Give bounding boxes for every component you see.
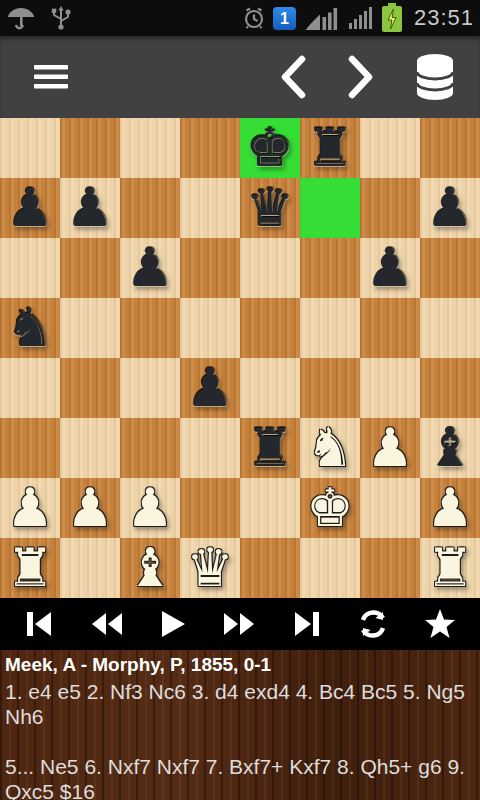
- square-g3[interactable]: ♟: [360, 418, 420, 478]
- square-a6[interactable]: [0, 238, 60, 298]
- square-c8[interactable]: [120, 118, 180, 178]
- piece-black-pawn: ♟: [0, 178, 60, 238]
- rewind-button[interactable]: [86, 608, 128, 640]
- square-b2[interactable]: ♟: [60, 478, 120, 538]
- status-bar-right: 1 23:51: [242, 3, 474, 33]
- skip-to-end-button[interactable]: [288, 607, 326, 641]
- square-b5[interactable]: [60, 298, 120, 358]
- square-e5[interactable]: [240, 298, 300, 358]
- square-g1[interactable]: [360, 538, 420, 598]
- mainline-moves[interactable]: 1. e4 e5 2. Nf3 Nc6 3. d4 exd4 4. Bc4 Bc…: [5, 679, 475, 729]
- play-icon: [160, 610, 186, 638]
- piece-white-pawn: ♟: [60, 478, 120, 538]
- notation-panel[interactable]: Meek, A - Morphy, P, 1855, 0-1 1. e4 e5 …: [0, 650, 480, 800]
- menu-button[interactable]: [26, 56, 76, 98]
- app-screen: 1 23:51: [0, 0, 480, 800]
- playback-controls: [0, 598, 480, 650]
- square-f2[interactable]: ♚: [300, 478, 360, 538]
- square-h6[interactable]: [420, 238, 480, 298]
- square-c5[interactable]: [120, 298, 180, 358]
- piece-white-bishop: ♝: [120, 538, 180, 598]
- square-f7[interactable]: [300, 178, 360, 238]
- piece-black-pawn: ♟: [360, 238, 420, 298]
- square-a5[interactable]: ♞: [0, 298, 60, 358]
- refresh-icon: [358, 609, 388, 639]
- piece-white-king: ♚: [300, 478, 360, 538]
- square-f1[interactable]: [300, 538, 360, 598]
- database-button[interactable]: [406, 45, 464, 109]
- play-button[interactable]: [156, 606, 190, 642]
- square-c1[interactable]: ♝: [120, 538, 180, 598]
- piece-black-knight: ♞: [0, 298, 60, 358]
- square-h8[interactable]: [420, 118, 480, 178]
- sim-badge: 1: [273, 7, 296, 30]
- square-h1[interactable]: ♜: [420, 538, 480, 598]
- piece-white-pawn: ♟: [0, 478, 60, 538]
- battery-charging-icon: [381, 3, 403, 33]
- square-d3[interactable]: [180, 418, 240, 478]
- star-icon: [424, 609, 456, 639]
- database-icon: [414, 53, 456, 101]
- favorite-button[interactable]: [420, 605, 460, 643]
- piece-black-pawn: ♟: [420, 178, 480, 238]
- piece-black-rook: ♜: [240, 418, 300, 478]
- alarm-icon: [242, 6, 266, 30]
- square-a7[interactable]: ♟: [0, 178, 60, 238]
- signal-triangle-icon: [303, 4, 341, 32]
- fast-forward-button[interactable]: [218, 608, 260, 640]
- piece-black-king: ♚: [240, 118, 300, 178]
- square-h3[interactable]: ♝: [420, 418, 480, 478]
- chevron-left-icon: [278, 55, 308, 99]
- piece-black-bishop: ♝: [420, 418, 480, 478]
- square-d4[interactable]: ♟: [180, 358, 240, 418]
- square-a1[interactable]: ♜: [0, 538, 60, 598]
- square-h5[interactable]: [420, 298, 480, 358]
- square-h4[interactable]: [420, 358, 480, 418]
- umbrella-icon: [6, 6, 36, 30]
- piece-white-rook: ♜: [420, 538, 480, 598]
- square-g7[interactable]: [360, 178, 420, 238]
- square-d5[interactable]: [180, 298, 240, 358]
- piece-white-queen: ♛: [180, 538, 240, 598]
- piece-black-queen: ♛: [240, 178, 300, 238]
- square-e2[interactable]: [240, 478, 300, 538]
- chess-board: ♚♜♟♟♛♟♟♟♞♟♜♞♟♝♟♟♟♚♟♜♝♛♜: [0, 118, 480, 598]
- piece-black-rook: ♜: [300, 118, 360, 178]
- square-a8[interactable]: [0, 118, 60, 178]
- square-c6[interactable]: ♟: [120, 238, 180, 298]
- square-h7[interactable]: ♟: [420, 178, 480, 238]
- square-f6[interactable]: [300, 238, 360, 298]
- menu-icon: [34, 64, 68, 90]
- square-g8[interactable]: [360, 118, 420, 178]
- square-d6[interactable]: [180, 238, 240, 298]
- variation-moves[interactable]: 5... Ne5 6. Nxf7 Nxf7 7. Bxf7+ Kxf7 8. Q…: [5, 754, 475, 800]
- square-b8[interactable]: [60, 118, 120, 178]
- signal-bars-icon: [348, 6, 374, 30]
- square-e8[interactable]: ♚: [240, 118, 300, 178]
- square-f8[interactable]: ♜: [300, 118, 360, 178]
- square-d8[interactable]: [180, 118, 240, 178]
- status-bar-left: [6, 5, 74, 31]
- fast-forward-icon: [222, 612, 256, 636]
- square-a3[interactable]: [0, 418, 60, 478]
- piece-white-pawn: ♟: [420, 478, 480, 538]
- square-b6[interactable]: [60, 238, 120, 298]
- square-e6[interactable]: [240, 238, 300, 298]
- square-d7[interactable]: [180, 178, 240, 238]
- square-f3[interactable]: ♞: [300, 418, 360, 478]
- square-f5[interactable]: [300, 298, 360, 358]
- square-b1[interactable]: [60, 538, 120, 598]
- square-b4[interactable]: [60, 358, 120, 418]
- piece-black-pawn: ♟: [120, 238, 180, 298]
- square-d1[interactable]: ♛: [180, 538, 240, 598]
- toolbar: [0, 36, 480, 118]
- square-d2[interactable]: [180, 478, 240, 538]
- square-b3[interactable]: [60, 418, 120, 478]
- clock-text: 23:51: [414, 5, 474, 31]
- square-h2[interactable]: ♟: [420, 478, 480, 538]
- square-c7[interactable]: [120, 178, 180, 238]
- status-bar: 1 23:51: [0, 0, 480, 36]
- square-b7[interactable]: ♟: [60, 178, 120, 238]
- square-g5[interactable]: [360, 298, 420, 358]
- square-c2[interactable]: ♟: [120, 478, 180, 538]
- square-f4[interactable]: [300, 358, 360, 418]
- piece-black-pawn: ♟: [60, 178, 120, 238]
- next-move-button[interactable]: [338, 47, 384, 107]
- skip-to-start-icon: [24, 611, 54, 637]
- skip-to-start-button[interactable]: [20, 607, 58, 641]
- square-e4[interactable]: [240, 358, 300, 418]
- usb-icon: [48, 5, 74, 31]
- piece-white-pawn: ♟: [360, 418, 420, 478]
- square-e7[interactable]: ♛: [240, 178, 300, 238]
- skip-to-end-icon: [292, 611, 322, 637]
- square-g2[interactable]: [360, 478, 420, 538]
- rewind-icon: [90, 612, 124, 636]
- game-header: Meek, A - Morphy, P, 1855, 0-1: [5, 653, 475, 677]
- previous-move-button[interactable]: [270, 47, 316, 107]
- square-e1[interactable]: [240, 538, 300, 598]
- square-g6[interactable]: ♟: [360, 238, 420, 298]
- square-a2[interactable]: ♟: [0, 478, 60, 538]
- square-a4[interactable]: [0, 358, 60, 418]
- piece-black-pawn: ♟: [180, 358, 240, 418]
- square-e3[interactable]: ♜: [240, 418, 300, 478]
- piece-white-knight: ♞: [300, 418, 360, 478]
- chevron-right-icon: [346, 55, 376, 99]
- piece-white-pawn: ♟: [120, 478, 180, 538]
- square-c3[interactable]: [120, 418, 180, 478]
- refresh-button[interactable]: [354, 605, 392, 643]
- square-c4[interactable]: [120, 358, 180, 418]
- piece-white-rook: ♜: [0, 538, 60, 598]
- square-g4[interactable]: [360, 358, 420, 418]
